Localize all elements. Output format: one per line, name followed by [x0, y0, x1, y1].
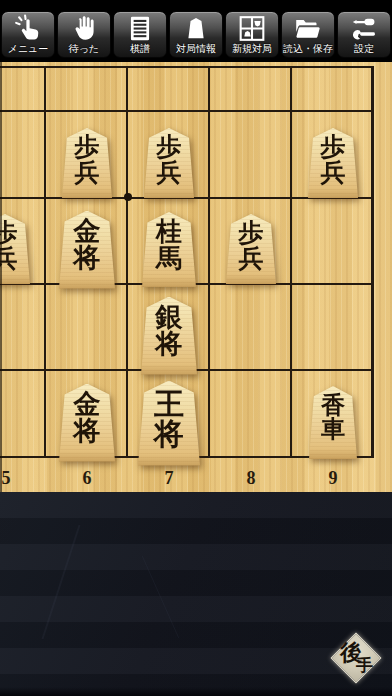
gote-badge-char-2: 手	[356, 654, 373, 677]
piece-king[interactable]: 王将	[138, 381, 200, 458]
piece-lance[interactable]: 香車	[309, 386, 357, 452]
toolbar: メニュー 待った 棋譜 対局情報	[0, 0, 392, 62]
shogi-board: 歩兵歩兵歩兵歩兵金将桂馬歩兵銀将金将王将香車 5 6 7 8 9	[0, 62, 392, 492]
game-record-button-label: 棋譜	[130, 43, 150, 55]
piece-pawn[interactable]: 歩兵	[226, 214, 276, 278]
piece-pawn[interactable]: 歩兵	[62, 128, 112, 192]
pieces-layer: 歩兵歩兵歩兵歩兵金将桂馬歩兵銀将金将王将香車	[0, 62, 392, 492]
piece-gold[interactable]: 金将	[59, 384, 115, 455]
tools-icon	[350, 14, 379, 43]
table-background	[0, 492, 392, 696]
open-folder-icon	[294, 14, 323, 43]
piece-knight[interactable]: 桂馬	[142, 212, 196, 280]
shogi-piece-icon	[182, 14, 211, 43]
menu-button[interactable]: メニュー	[1, 11, 55, 58]
menu-button-label: メニュー	[8, 43, 49, 55]
table-scratch	[142, 556, 180, 639]
game-info-button-label: 対局情報	[176, 43, 216, 55]
board-left-edge-shadow	[0, 62, 2, 492]
settings-button[interactable]: 設定	[337, 11, 391, 58]
settings-button-label: 設定	[354, 43, 374, 55]
game-record-button[interactable]: 棋譜	[113, 11, 167, 58]
game-info-button[interactable]: 対局情報	[169, 11, 223, 58]
piece-pawn[interactable]: 歩兵	[308, 128, 358, 192]
undo-button-label: 待った	[69, 43, 99, 55]
undo-button[interactable]: 待った	[57, 11, 111, 58]
table-scratch	[42, 525, 81, 640]
piece-silver[interactable]: 銀将	[141, 297, 197, 368]
game-record-document-icon	[126, 14, 155, 43]
gote-badge-inner: 後 手	[339, 641, 373, 675]
raised-hand-icon	[70, 14, 99, 43]
piece-pawn[interactable]: 歩兵	[0, 214, 30, 278]
piece-gold[interactable]: 金将	[59, 211, 115, 282]
load-save-button[interactable]: 読込・保存	[281, 11, 335, 58]
new-board-grid-icon	[238, 14, 267, 43]
new-game-button[interactable]: 新規対局	[225, 11, 279, 58]
app-screen: メニュー 待った 棋譜 対局情報	[0, 0, 392, 696]
load-save-button-label: 読込・保存	[283, 43, 333, 55]
piece-pawn[interactable]: 歩兵	[144, 128, 194, 192]
pointer-hand-icon	[14, 14, 43, 43]
new-game-button-label: 新規対局	[232, 43, 272, 55]
